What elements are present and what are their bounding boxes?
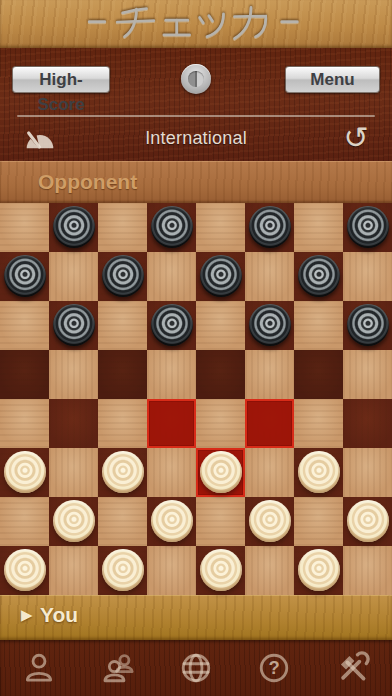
square-r5c7 [294,399,343,448]
black-man[interactable] [298,255,340,297]
black-man[interactable] [347,206,389,248]
white-man[interactable] [4,451,46,493]
svg-text:?: ? [269,657,280,678]
square-r1c8[interactable] [343,203,392,252]
square-r6c1[interactable] [0,448,49,497]
black-man[interactable] [249,304,291,346]
white-man[interactable] [298,549,340,591]
variant-label: International [0,128,392,149]
white-man[interactable] [249,500,291,542]
two-players-icon[interactable] [96,646,140,690]
square-r3c1 [0,301,49,350]
square-r1c2[interactable] [49,203,98,252]
board [0,203,392,595]
high-score-button[interactable]: High-Score [12,66,110,93]
white-man[interactable] [200,549,242,591]
square-r1c5 [196,203,245,252]
you-band: ▶ You [0,595,392,640]
square-r7c5 [196,497,245,546]
square-r6c5[interactable] [196,448,245,497]
square-r4c3[interactable] [98,350,147,399]
variant-row: International ↺ [0,120,392,160]
square-r5c4[interactable] [147,399,196,448]
square-r5c1 [0,399,49,448]
opponent-label: Opponent [38,170,137,194]
online-globe-icon[interactable] [174,646,218,690]
square-r2c5[interactable] [196,252,245,301]
square-r6c6 [245,448,294,497]
header-divider [17,115,375,117]
white-man[interactable] [4,549,46,591]
square-r2c3[interactable] [98,252,147,301]
white-man[interactable] [298,451,340,493]
square-r5c3 [98,399,147,448]
black-man[interactable] [102,255,144,297]
square-r7c4[interactable] [147,497,196,546]
black-man[interactable] [347,304,389,346]
square-r6c7[interactable] [294,448,343,497]
help-icon[interactable]: ? [252,646,296,690]
square-r8c6 [245,546,294,595]
square-r2c7[interactable] [294,252,343,301]
title-band: −チェッカ− [0,0,392,48]
you-label: You [40,603,78,627]
square-r4c4 [147,350,196,399]
square-r3c4[interactable] [147,301,196,350]
square-r6c4 [147,448,196,497]
black-man[interactable] [53,304,95,346]
square-r8c7[interactable] [294,546,343,595]
square-r4c5[interactable] [196,350,245,399]
black-man[interactable] [200,255,242,297]
header: High-Score Menu International ↺ [0,48,392,161]
square-r7c8[interactable] [343,497,392,546]
square-r1c3 [98,203,147,252]
square-r4c6 [245,350,294,399]
undo-icon[interactable]: ↺ [338,118,374,158]
square-r3c2[interactable] [49,301,98,350]
black-man[interactable] [151,206,193,248]
square-r3c8[interactable] [343,301,392,350]
turn-marker-icon: ▶ [21,606,33,624]
square-r4c1[interactable] [0,350,49,399]
square-r2c8 [343,252,392,301]
contrast-toggle-button[interactable] [181,64,211,94]
white-man[interactable] [347,500,389,542]
black-man[interactable] [151,304,193,346]
square-r1c6[interactable] [245,203,294,252]
square-r7c2[interactable] [49,497,98,546]
black-man[interactable] [53,206,95,248]
app-title-glyphs [86,0,306,44]
square-r8c3[interactable] [98,546,147,595]
white-man[interactable] [102,451,144,493]
square-r2c1[interactable] [0,252,49,301]
white-man-selected[interactable] [200,451,242,493]
square-r1c1 [0,203,49,252]
square-r8c2 [49,546,98,595]
white-man[interactable] [151,500,193,542]
square-r6c2 [49,448,98,497]
square-r2c2 [49,252,98,301]
square-r6c8 [343,448,392,497]
square-r3c6[interactable] [245,301,294,350]
black-man[interactable] [249,206,291,248]
square-r1c7 [294,203,343,252]
square-r5c5 [196,399,245,448]
black-man[interactable] [4,255,46,297]
square-r6c3[interactable] [98,448,147,497]
square-r8c1[interactable] [0,546,49,595]
menu-button[interactable]: Menu [285,66,380,93]
square-r5c2[interactable] [49,399,98,448]
square-r8c4 [147,546,196,595]
square-r7c1 [0,497,49,546]
contrast-icon [188,71,204,87]
square-r4c8 [343,350,392,399]
square-r3c3 [98,301,147,350]
square-r3c7 [294,301,343,350]
square-r7c7 [294,497,343,546]
square-r5c6[interactable] [245,399,294,448]
square-r3c5 [196,301,245,350]
white-man[interactable] [102,549,144,591]
square-r2c6 [245,252,294,301]
bottom-toolbar: ? [0,640,392,696]
square-r8c8 [343,546,392,595]
square-r4c2 [49,350,98,399]
square-r1c4[interactable] [147,203,196,252]
square-r2c4 [147,252,196,301]
checkers-app: −チェッカ− High-Score Menu International ↺ O… [0,0,392,696]
app-title: −チェッカ− [86,0,306,48]
settings-tools-icon[interactable] [331,646,375,690]
square-r7c6[interactable] [245,497,294,546]
square-r7c3 [98,497,147,546]
square-r5c8[interactable] [343,399,392,448]
square-r4c7[interactable] [294,350,343,399]
single-player-icon[interactable] [17,646,61,690]
square-r8c5[interactable] [196,546,245,595]
opponent-band: Opponent [0,161,392,203]
white-man[interactable] [53,500,95,542]
